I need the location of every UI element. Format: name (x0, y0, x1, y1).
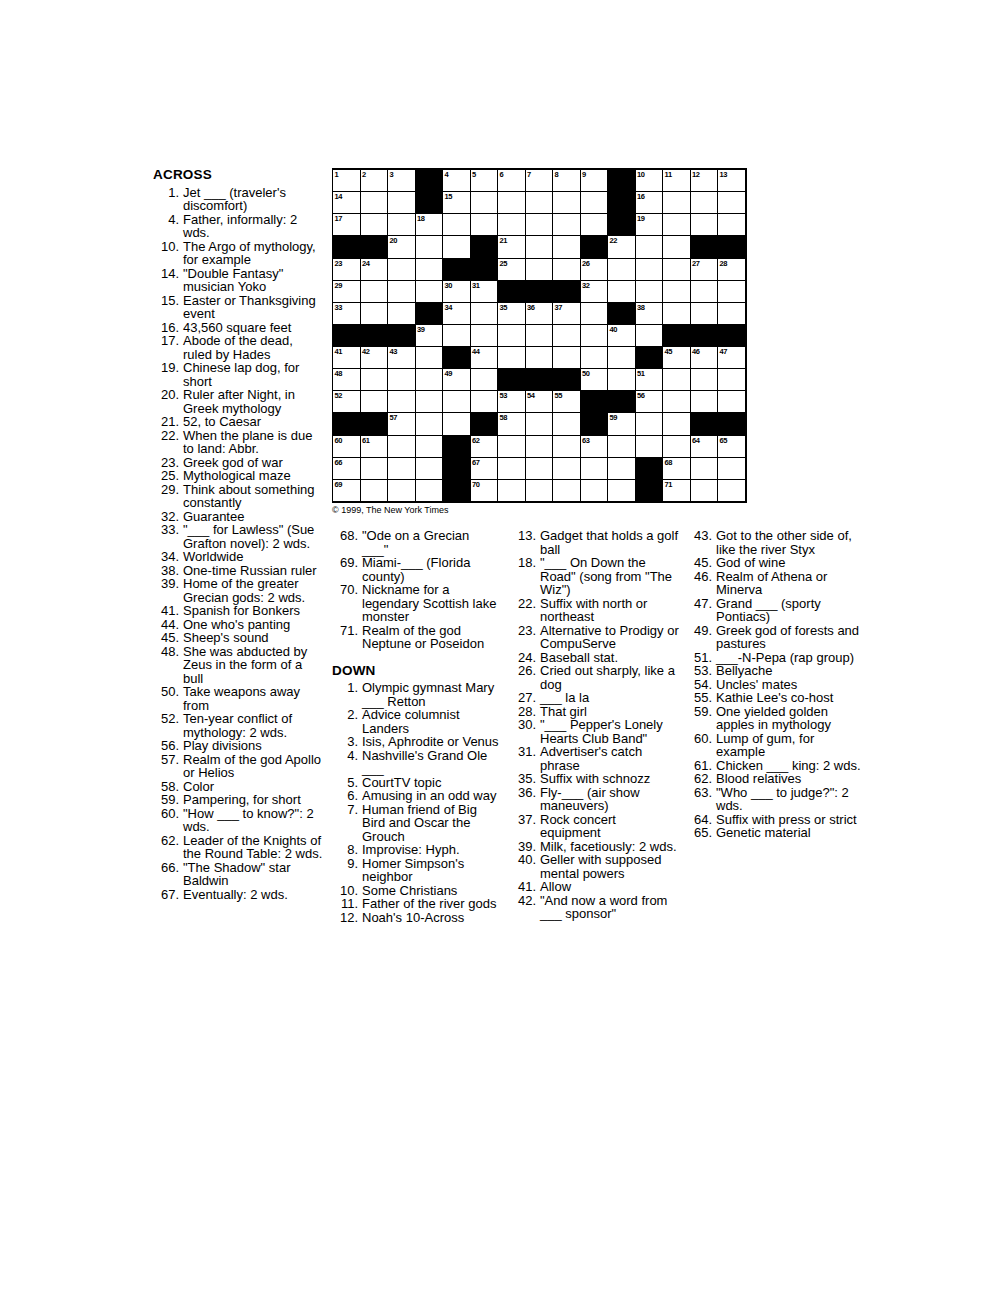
grid-cell[interactable]: 8 (553, 170, 581, 192)
clue-number: 22. (510, 597, 536, 624)
clue-number: 15. (153, 294, 179, 321)
grid-cell[interactable] (526, 347, 554, 369)
grid-cell[interactable]: 25 (498, 259, 526, 281)
grid-cell[interactable] (553, 192, 581, 214)
clue-item: 16.43,560 square feet (153, 321, 323, 335)
grid-cell[interactable] (691, 214, 719, 236)
cell-number: 25 (500, 259, 508, 268)
cell-number: 66 (335, 458, 343, 467)
grid-cell[interactable]: 47 (718, 347, 746, 369)
grid-cell[interactable]: 71 (663, 480, 691, 502)
grid-cell[interactable] (388, 214, 416, 236)
grid-cell[interactable]: 39 (416, 325, 444, 347)
black-square (361, 413, 389, 435)
grid-cell[interactable] (388, 458, 416, 480)
grid-cell[interactable] (553, 436, 581, 458)
grid-cell[interactable] (388, 391, 416, 413)
clue-text: Nashville's Grand Ole ___ (362, 749, 499, 776)
grid-cell[interactable]: 35 (498, 303, 526, 325)
clue-item: 70.Nickname for a legendary Scottish lak… (332, 583, 499, 624)
clue-item: 39.Home of the greater Grecian gods: 2 w… (153, 577, 323, 604)
cell-number: 63 (582, 436, 590, 445)
grid-cell[interactable] (471, 369, 499, 391)
clue-number: 17. (153, 334, 179, 361)
clue-number: 11. (332, 897, 358, 911)
grid-cell[interactable] (416, 369, 444, 391)
clue-number: 65. (686, 826, 712, 840)
cell-number: 32 (582, 281, 590, 290)
grid-cell[interactable]: 3 (388, 170, 416, 192)
grid-cell[interactable]: 30 (443, 281, 471, 303)
grid-cell[interactable] (608, 259, 636, 281)
grid-cell[interactable]: 51 (636, 369, 664, 391)
grid-cell[interactable] (416, 347, 444, 369)
grid-cell[interactable] (526, 458, 554, 480)
grid-cell[interactable] (553, 413, 581, 435)
cell-number: 55 (555, 391, 563, 400)
black-square (718, 325, 746, 347)
grid-cell[interactable] (581, 192, 609, 214)
grid-cell[interactable] (526, 436, 554, 458)
grid-cell[interactable] (718, 391, 746, 413)
grid-cell[interactable] (361, 480, 389, 502)
clue-item: 22.Suffix with north or northeast (510, 597, 680, 624)
grid-cell[interactable] (443, 236, 471, 258)
clue-number: 1. (153, 186, 179, 213)
grid-cell[interactable] (553, 325, 581, 347)
clue-item: 14."Double Fantasy" musician Yoko (153, 267, 323, 294)
black-square (416, 170, 444, 192)
grid-cell[interactable] (443, 214, 471, 236)
grid-cell[interactable] (416, 413, 444, 435)
clue-text: Mythological maze (183, 469, 323, 483)
grid-cell[interactable] (388, 369, 416, 391)
clue-number: 41. (153, 604, 179, 618)
clue-item: 21.52, to Caesar (153, 415, 323, 429)
grid-cell[interactable] (608, 347, 636, 369)
grid-cell[interactable] (526, 413, 554, 435)
clue-text: Chinese lap dog, for short (183, 361, 323, 388)
grid-cell[interactable] (581, 347, 609, 369)
clue-number: 50. (153, 685, 179, 712)
cell-number: 20 (390, 236, 398, 245)
clue-text: 43,560 square feet (183, 321, 323, 335)
clue-text: God of wine (716, 556, 866, 570)
grid-cell[interactable]: 11 (663, 170, 691, 192)
grid-cell[interactable] (443, 413, 471, 435)
grid-cell[interactable] (581, 325, 609, 347)
grid-cell[interactable]: 46 (691, 347, 719, 369)
clue-number: 39. (153, 577, 179, 604)
grid-cell[interactable] (636, 325, 664, 347)
clue-number: 57. (153, 753, 179, 780)
grid-cell[interactable]: 50 (581, 369, 609, 391)
clue-item: 4.Nashville's Grand Ole ___ (332, 749, 499, 776)
black-square (498, 281, 526, 303)
clue-item: 25.Mythological maze (153, 469, 323, 483)
cell-number: 6 (500, 170, 504, 179)
clue-item: 34.Worldwide (153, 550, 323, 564)
grid-cell[interactable]: 7 (526, 170, 554, 192)
grid-cell[interactable]: 19 (636, 214, 664, 236)
clue-number: 30. (510, 718, 536, 745)
grid-cell[interactable] (498, 458, 526, 480)
grid-cell[interactable]: 16 (636, 192, 664, 214)
clue-number: 13. (510, 529, 536, 556)
clue-number: 16. (153, 321, 179, 335)
grid-cell[interactable] (498, 192, 526, 214)
grid-cell[interactable]: 17 (333, 214, 361, 236)
cell-number: 44 (472, 347, 480, 356)
grid-cell[interactable] (471, 192, 499, 214)
clue-text: ___-N-Pepa (rap group) (716, 651, 866, 665)
black-square (553, 369, 581, 391)
grid-cell[interactable] (691, 192, 719, 214)
clue-item: 19.Chinese lap dog, for short (153, 361, 323, 388)
clue-text: Allow (540, 880, 680, 894)
grid-cell[interactable]: 60 (333, 436, 361, 458)
grid-cell[interactable] (718, 458, 746, 480)
grid-cell[interactable] (416, 391, 444, 413)
clue-text: Realm of Athena or Minerva (716, 570, 866, 597)
clue-item: 59.Pampering, for short (153, 793, 323, 807)
grid-cell[interactable] (361, 369, 389, 391)
clue-text: Uncles' mates (716, 678, 866, 692)
grid-cell[interactable] (718, 214, 746, 236)
black-square (443, 436, 471, 458)
down-clue-list-2: 13.Gadget that holds a golf ball18."___ … (510, 529, 680, 921)
black-square (608, 391, 636, 413)
grid-cell[interactable]: 40 (608, 325, 636, 347)
grid-cell[interactable] (388, 192, 416, 214)
grid-cell[interactable] (691, 391, 719, 413)
grid-cell[interactable]: 36 (526, 303, 554, 325)
grid-cell[interactable] (498, 436, 526, 458)
cell-number: 3 (390, 170, 394, 179)
black-square (333, 236, 361, 258)
grid-cell[interactable]: 64 (691, 436, 719, 458)
grid-cell[interactable] (553, 236, 581, 258)
grid-cell[interactable]: 54 (526, 391, 554, 413)
grid-cell[interactable] (691, 281, 719, 303)
grid-cell[interactable]: 62 (471, 436, 499, 458)
grid-cell[interactable] (691, 369, 719, 391)
grid-cell[interactable]: 67 (471, 458, 499, 480)
clue-text: Fly-___ (air show maneuvers) (540, 786, 680, 813)
grid-cell[interactable] (498, 214, 526, 236)
clue-text: Eventually: 2 wds. (183, 888, 323, 902)
black-square (498, 369, 526, 391)
clue-item: 58.Color (153, 780, 323, 794)
cell-number: 35 (500, 303, 508, 312)
clue-number: 34. (153, 550, 179, 564)
grid-cell[interactable]: 20 (388, 236, 416, 258)
grid-cell[interactable] (663, 281, 691, 303)
clue-item: 30."___ Pepper's Lonely Hearts Club Band… (510, 718, 680, 745)
grid-cell[interactable]: 49 (443, 369, 471, 391)
cell-number: 57 (390, 413, 398, 422)
grid-cell[interactable] (553, 347, 581, 369)
grid-cell[interactable]: 56 (636, 391, 664, 413)
grid-cell[interactable] (553, 214, 581, 236)
clue-item: 44.One who's panting (153, 618, 323, 632)
clue-number: 4. (332, 749, 358, 776)
grid-cell[interactable] (416, 436, 444, 458)
grid-cell[interactable]: 45 (663, 347, 691, 369)
grid-cell[interactable]: 6 (498, 170, 526, 192)
grid-cell[interactable] (361, 192, 389, 214)
clue-item: 8.Improvise: Hyph. (332, 843, 499, 857)
clue-text: Father of the river gods (362, 897, 499, 911)
grid-cell[interactable] (663, 391, 691, 413)
grid-cell[interactable]: 68 (663, 458, 691, 480)
grid-cell[interactable] (443, 391, 471, 413)
grid-cell[interactable] (361, 281, 389, 303)
grid-cell[interactable]: 43 (388, 347, 416, 369)
clue-number: 54. (686, 678, 712, 692)
grid-cell[interactable] (608, 436, 636, 458)
grid-cell[interactable] (416, 236, 444, 258)
clue-text: "___ On Down the Road" (song from "The W… (540, 556, 680, 597)
grid-cell[interactable] (526, 259, 554, 281)
clue-number: 37. (510, 813, 536, 840)
grid-cell[interactable]: 12 (691, 170, 719, 192)
grid-cell[interactable]: 23 (333, 259, 361, 281)
grid-cell[interactable] (663, 303, 691, 325)
grid-cell[interactable] (663, 369, 691, 391)
grid-cell[interactable]: 2 (361, 170, 389, 192)
grid-cell[interactable] (471, 391, 499, 413)
grid-cell[interactable] (581, 480, 609, 502)
grid-cell[interactable] (691, 480, 719, 502)
grid-cell[interactable]: 34 (443, 303, 471, 325)
cell-number: 9 (582, 170, 586, 179)
clue-text: Take weapons away from (183, 685, 323, 712)
grid-cell[interactable] (471, 303, 499, 325)
grid-cell[interactable] (471, 325, 499, 347)
clue-number: 60. (153, 807, 179, 834)
grid-cell[interactable]: 42 (361, 347, 389, 369)
grid-cell[interactable]: 57 (388, 413, 416, 435)
cell-number: 26 (582, 259, 590, 268)
grid-cell[interactable]: 15 (443, 192, 471, 214)
clue-item: 43.Got to the other side of, like the ri… (686, 529, 866, 556)
clue-text: Blood relatives (716, 772, 866, 786)
clue-text: Sheep's sound (183, 631, 323, 645)
grid-cell[interactable]: 41 (333, 347, 361, 369)
black-square (691, 236, 719, 258)
grid-cell[interactable] (636, 236, 664, 258)
clue-text: Grand ___ (sporty Pontiacs) (716, 597, 866, 624)
grid-cell[interactable]: 58 (498, 413, 526, 435)
grid-cell[interactable]: 1 (333, 170, 361, 192)
clue-text: Suffix with north or northeast (540, 597, 680, 624)
clue-item: 13.Gadget that holds a golf ball (510, 529, 680, 556)
grid-cell[interactable] (636, 259, 664, 281)
grid-cell[interactable]: 69 (333, 480, 361, 502)
clue-number: 7. (332, 803, 358, 844)
grid-cell[interactable] (416, 281, 444, 303)
grid-cell[interactable]: 26 (581, 259, 609, 281)
clue-number: 10. (153, 240, 179, 267)
clue-number: 22. (153, 429, 179, 456)
grid-cell[interactable] (416, 480, 444, 502)
grid-cell[interactable] (663, 413, 691, 435)
grid-cell[interactable] (388, 303, 416, 325)
grid-cell[interactable] (636, 281, 664, 303)
clue-item: 62.Leader of the Knights of the Round Ta… (153, 834, 323, 861)
grid-cell[interactable] (608, 458, 636, 480)
clue-item: 60.Lump of gum, for example (686, 732, 866, 759)
grid-cell[interactable] (663, 236, 691, 258)
grid-cell[interactable]: 48 (333, 369, 361, 391)
clue-text: That girl (540, 705, 680, 719)
clue-item: 41.Spanish for Bonkers (153, 604, 323, 618)
clue-text: Greek god of forests and pastures (716, 624, 866, 651)
black-square (471, 259, 499, 281)
grid-cell[interactable] (498, 325, 526, 347)
clue-item: 66."The Shadow" star Baldwin (153, 861, 323, 888)
grid-cell[interactable]: 37 (553, 303, 581, 325)
grid-cell[interactable]: 33 (333, 303, 361, 325)
grid-cell[interactable] (718, 369, 746, 391)
grid-cell[interactable]: 22 (608, 236, 636, 258)
clue-item: 29.Think about something constantly (153, 483, 323, 510)
grid-cell[interactable] (361, 458, 389, 480)
clue-number: 51. (686, 651, 712, 665)
clue-item: 62.Blood relatives (686, 772, 866, 786)
grid-cell[interactable]: 10 (636, 170, 664, 192)
grid-cell[interactable] (388, 259, 416, 281)
grid-cell[interactable] (581, 214, 609, 236)
clue-number: 32. (153, 510, 179, 524)
grid-cell[interactable]: 4 (443, 170, 471, 192)
clue-number: 9. (332, 857, 358, 884)
grid-cell[interactable]: 14 (333, 192, 361, 214)
clue-number: 5. (332, 776, 358, 790)
grid-cell[interactable] (608, 480, 636, 502)
grid-cell[interactable] (581, 458, 609, 480)
crossword-grid: 1234567891011121314151617181920212223242… (332, 168, 747, 503)
grid-cell[interactable] (691, 303, 719, 325)
grid-cell[interactable]: 5 (471, 170, 499, 192)
clue-item: 4.Father, informally: 2 wds. (153, 213, 323, 240)
cell-number: 22 (610, 236, 618, 245)
black-square (416, 192, 444, 214)
grid-cell[interactable] (416, 458, 444, 480)
grid-cell[interactable]: 31 (471, 281, 499, 303)
grid-cell[interactable] (663, 436, 691, 458)
grid-cell[interactable]: 70 (471, 480, 499, 502)
black-square (443, 458, 471, 480)
grid-cell[interactable]: 52 (333, 391, 361, 413)
grid-cell[interactable]: 18 (416, 214, 444, 236)
cell-number: 70 (472, 480, 480, 489)
grid-cell[interactable]: 27 (691, 259, 719, 281)
cell-number: 56 (637, 391, 645, 400)
grid-cell[interactable] (718, 303, 746, 325)
grid-cell[interactable]: 32 (581, 281, 609, 303)
grid-cell[interactable] (553, 259, 581, 281)
clue-text: Chicken ___ king: 2 wds. (716, 759, 866, 773)
clue-item: 55.Kathie Lee's co-host (686, 691, 866, 705)
grid-cell[interactable]: 63 (581, 436, 609, 458)
grid-cell[interactable]: 24 (361, 259, 389, 281)
grid-cell[interactable] (691, 458, 719, 480)
grid-cell[interactable]: 13 (718, 170, 746, 192)
grid-cell[interactable]: 28 (718, 259, 746, 281)
grid-cell[interactable] (498, 347, 526, 369)
grid-cell[interactable]: 59 (608, 413, 636, 435)
grid-cell[interactable] (636, 413, 664, 435)
grid-cell[interactable] (361, 391, 389, 413)
grid-cell[interactable]: 38 (636, 303, 664, 325)
grid-cell[interactable] (553, 480, 581, 502)
clue-item: 3.Isis, Aphrodite or Venus (332, 735, 499, 749)
cell-number: 12 (692, 170, 700, 179)
clue-item: 50.Take weapons away from (153, 685, 323, 712)
grid-cell[interactable] (718, 480, 746, 502)
grid-cell[interactable] (663, 259, 691, 281)
grid-cell[interactable] (526, 192, 554, 214)
grid-cell[interactable]: 66 (333, 458, 361, 480)
grid-cell[interactable] (526, 214, 554, 236)
clue-number: 39. (510, 840, 536, 854)
clue-item: 47.Grand ___ (sporty Pontiacs) (686, 597, 866, 624)
grid-cell[interactable]: 55 (553, 391, 581, 413)
grid-cell[interactable] (553, 458, 581, 480)
grid-cell[interactable]: 61 (361, 436, 389, 458)
grid-cell[interactable]: 29 (333, 281, 361, 303)
grid-cell[interactable] (443, 325, 471, 347)
clue-item: 2.Advice columnist Landers (332, 708, 499, 735)
cell-number: 45 (665, 347, 673, 356)
clue-number: 61. (686, 759, 712, 773)
grid-cell[interactable]: 65 (718, 436, 746, 458)
grid-cell[interactable] (608, 281, 636, 303)
clue-item: 61.Chicken ___ king: 2 wds. (686, 759, 866, 773)
grid-cell[interactable] (718, 281, 746, 303)
grid-cell[interactable] (416, 259, 444, 281)
grid-cell[interactable] (471, 214, 499, 236)
grid-cell[interactable] (388, 281, 416, 303)
grid-cell[interactable] (636, 436, 664, 458)
grid-cell[interactable] (718, 192, 746, 214)
grid-cell[interactable] (388, 436, 416, 458)
cell-number: 19 (637, 214, 645, 223)
grid-cell[interactable] (663, 214, 691, 236)
clue-item: 65.Genetic material (686, 826, 866, 840)
grid-cell[interactable] (361, 214, 389, 236)
grid-cell[interactable] (526, 325, 554, 347)
clue-text: Alternative to Prodigy or CompuServe (540, 624, 680, 651)
grid-cell[interactable]: 44 (471, 347, 499, 369)
grid-cell[interactable] (498, 480, 526, 502)
grid-cell[interactable] (581, 303, 609, 325)
down-header: DOWN (332, 664, 499, 678)
grid-cell[interactable] (526, 236, 554, 258)
grid-cell[interactable] (526, 480, 554, 502)
grid-cell[interactable] (663, 192, 691, 214)
grid-cell[interactable] (608, 369, 636, 391)
clue-text: Gadget that holds a golf ball (540, 529, 680, 556)
grid-cell[interactable]: 9 (581, 170, 609, 192)
grid-cell[interactable] (361, 303, 389, 325)
grid-cell[interactable]: 53 (498, 391, 526, 413)
grid-cell[interactable]: 21 (498, 236, 526, 258)
grid-cell[interactable] (388, 480, 416, 502)
clue-number: 38. (153, 564, 179, 578)
